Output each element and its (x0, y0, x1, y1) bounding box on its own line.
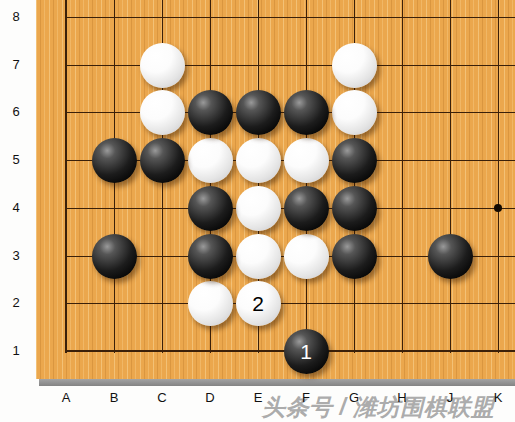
stone-black-d3[interactable] (188, 234, 233, 279)
move-number-1: 1 (300, 329, 312, 374)
stone-white-c6[interactable] (140, 90, 185, 135)
stone-black-b5[interactable] (92, 138, 137, 183)
stone-black-f6[interactable] (284, 90, 329, 135)
stone-black-g4[interactable] (332, 186, 377, 231)
col-label-b: B (103, 390, 125, 405)
go-board[interactable] (36, 0, 515, 379)
col-label-e: E (247, 390, 269, 405)
stone-black-j3[interactable] (428, 234, 473, 279)
stone-white-f3[interactable] (284, 234, 329, 279)
row-label-7: 7 (0, 57, 32, 73)
col-label-h: H (391, 390, 413, 405)
stone-black-f1[interactable]: 1 (284, 329, 329, 374)
stone-black-e6[interactable] (236, 90, 281, 135)
stone-white-e2[interactable]: 2 (236, 281, 281, 326)
row-label-8: 8 (0, 9, 32, 25)
stone-black-g3[interactable] (332, 234, 377, 279)
grid-line-col-H (402, 0, 403, 353)
stone-white-d2[interactable] (188, 281, 233, 326)
stone-black-b3[interactable] (92, 234, 137, 279)
grid-line-row-8 (65, 17, 515, 18)
star-point-k4 (494, 204, 502, 212)
stone-black-c5[interactable] (140, 138, 185, 183)
stone-black-d6[interactable] (188, 90, 233, 135)
col-label-a: A (55, 390, 77, 405)
col-label-f: F (295, 390, 317, 405)
row-label-5: 5 (0, 152, 32, 168)
stone-white-g7[interactable] (332, 43, 377, 88)
row-label-1: 1 (0, 343, 32, 359)
grid-line-row-2 (65, 303, 515, 304)
go-diagram: 头条号 / 潍坊围棋联盟 87654321ABCDEFGHJK21 (0, 0, 515, 422)
grid-line-row-7 (65, 65, 515, 66)
stone-white-d5[interactable] (188, 138, 233, 183)
stone-white-e4[interactable] (236, 186, 281, 231)
col-label-k: K (487, 390, 509, 405)
stone-white-e3[interactable] (236, 234, 281, 279)
col-label-j: J (439, 390, 461, 405)
stone-white-f5[interactable] (284, 138, 329, 183)
row-label-2: 2 (0, 295, 32, 311)
board-shadow (39, 379, 515, 386)
stone-black-g5[interactable] (332, 138, 377, 183)
col-label-c: C (151, 390, 173, 405)
col-label-g: G (343, 390, 365, 405)
row-label-4: 4 (0, 200, 32, 216)
move-number-2: 2 (252, 281, 264, 326)
stone-black-d4[interactable] (188, 186, 233, 231)
grid-line-col-A (65, 0, 67, 353)
row-label-3: 3 (0, 248, 32, 264)
stone-white-c7[interactable] (140, 43, 185, 88)
grid-line-col-K (498, 0, 499, 353)
stone-white-e5[interactable] (236, 138, 281, 183)
row-label-6: 6 (0, 104, 32, 120)
stone-black-f4[interactable] (284, 186, 329, 231)
col-label-d: D (199, 390, 221, 405)
stone-white-g6[interactable] (332, 90, 377, 135)
grid-line-col-J (450, 0, 451, 353)
